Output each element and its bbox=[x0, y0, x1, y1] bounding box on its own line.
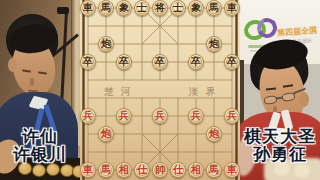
right-player-photo: 第四届全国 一国奥集团杯 棋天大圣 孙勇征 bbox=[240, 0, 320, 180]
piece-black-soldier[interactable]: 卒 bbox=[188, 54, 204, 70]
piece-red-chariot[interactable]: 車 bbox=[80, 162, 96, 178]
piece-red-advisor[interactable]: 仕 bbox=[170, 162, 186, 178]
piece-glyph: 仕 bbox=[173, 165, 183, 175]
piece-red-soldier[interactable]: 兵 bbox=[188, 108, 204, 124]
piece-glyph: 兵 bbox=[83, 111, 93, 121]
piece-glyph: 兵 bbox=[191, 111, 201, 121]
piece-black-advisor[interactable]: 士 bbox=[134, 0, 150, 16]
piece-glyph: 炮 bbox=[209, 129, 219, 139]
left-player-ear bbox=[8, 58, 17, 72]
right-player-ear bbox=[299, 92, 309, 107]
right-player-name: 孙勇征 bbox=[240, 146, 320, 164]
river-label-right: 漢界 bbox=[179, 85, 225, 99]
piece-black-horse[interactable]: 馬 bbox=[98, 0, 114, 16]
left-player-nose bbox=[30, 78, 34, 86]
piece-glyph: 車 bbox=[83, 3, 93, 13]
right-player-caption: 棋天大圣 孙勇征 bbox=[240, 128, 320, 164]
piece-black-advisor[interactable]: 士 bbox=[170, 0, 186, 16]
left-player-caption: 许仙 许银川 bbox=[0, 128, 80, 164]
piece-black-soldier[interactable]: 卒 bbox=[80, 54, 96, 70]
wooden-piece bbox=[294, 164, 310, 178]
piece-glyph: 士 bbox=[137, 3, 147, 13]
piece-glyph: 卒 bbox=[119, 57, 129, 67]
piece-red-soldier[interactable]: 兵 bbox=[152, 108, 168, 124]
piece-black-chariot[interactable]: 車 bbox=[80, 0, 96, 16]
video-thumbnail: 许仙 许银川 楚河 漢界 車馬象士将士象馬車炮炮卒卒卒卒卒兵兵兵兵兵炮炮車馬相仕… bbox=[0, 0, 320, 180]
piece-black-elephant[interactable]: 象 bbox=[116, 0, 132, 16]
piece-glyph: 卒 bbox=[155, 57, 165, 67]
piece-red-elephant[interactable]: 相 bbox=[188, 162, 204, 178]
piece-red-chariot[interactable]: 車 bbox=[224, 162, 240, 178]
piece-black-soldier[interactable]: 卒 bbox=[152, 54, 168, 70]
piece-black-cannon[interactable]: 炮 bbox=[98, 36, 114, 52]
piece-glyph: 相 bbox=[119, 165, 129, 175]
piece-black-soldier[interactable]: 卒 bbox=[116, 54, 132, 70]
piece-glyph: 兵 bbox=[227, 111, 237, 121]
piece-glyph: 士 bbox=[173, 3, 183, 13]
piece-glyph: 将 bbox=[155, 3, 165, 13]
piece-glyph: 象 bbox=[191, 3, 201, 13]
piece-red-soldier[interactable]: 兵 bbox=[80, 108, 96, 124]
piece-black-general[interactable]: 将 bbox=[152, 0, 168, 16]
piece-red-advisor[interactable]: 仕 bbox=[134, 162, 150, 178]
piece-black-elephant[interactable]: 象 bbox=[188, 0, 204, 16]
piece-glyph: 卒 bbox=[191, 57, 201, 67]
left-player-photo: 许仙 许银川 bbox=[0, 0, 80, 180]
piece-black-cannon[interactable]: 炮 bbox=[206, 36, 222, 52]
left-player-nickname: 许仙 bbox=[0, 128, 80, 146]
wooden-piece bbox=[46, 163, 60, 176]
piece-glyph: 炮 bbox=[101, 39, 111, 49]
piece-red-elephant[interactable]: 相 bbox=[116, 162, 132, 178]
piece-black-soldier[interactable]: 卒 bbox=[224, 54, 240, 70]
piece-glyph: 相 bbox=[191, 165, 201, 175]
piece-glyph: 帥 bbox=[155, 165, 165, 175]
piece-glyph: 卒 bbox=[227, 57, 237, 67]
piece-glyph: 馬 bbox=[101, 165, 111, 175]
piece-red-cannon[interactable]: 炮 bbox=[98, 126, 114, 142]
piece-glyph: 馬 bbox=[209, 165, 219, 175]
piece-red-soldier[interactable]: 兵 bbox=[224, 108, 240, 124]
river-label-left: 楚河 bbox=[94, 85, 140, 99]
wooden-piece bbox=[32, 164, 46, 177]
piece-glyph: 兵 bbox=[155, 111, 165, 121]
piece-glyph: 車 bbox=[83, 165, 93, 175]
wooden-piece bbox=[72, 165, 80, 178]
right-player-nickname: 棋天大圣 bbox=[240, 128, 320, 146]
xiangqi-board: 楚河 漢界 車馬象士将士象馬車炮炮卒卒卒卒卒兵兵兵兵兵炮炮車馬相仕帥仕相馬車 bbox=[80, 0, 240, 180]
wooden-piece bbox=[274, 162, 290, 176]
piece-glyph: 象 bbox=[119, 3, 129, 13]
piece-glyph: 馬 bbox=[209, 3, 219, 13]
piece-red-horse[interactable]: 馬 bbox=[206, 162, 222, 178]
piece-glyph: 車 bbox=[227, 165, 237, 175]
piece-glyph: 炮 bbox=[209, 39, 219, 49]
left-player-name: 许银川 bbox=[0, 146, 80, 164]
piece-glyph: 仕 bbox=[137, 165, 147, 175]
camera-mount bbox=[57, 7, 69, 14]
piece-red-soldier[interactable]: 兵 bbox=[116, 108, 132, 124]
piece-black-chariot[interactable]: 車 bbox=[224, 0, 240, 16]
piece-glyph: 炮 bbox=[101, 129, 111, 139]
piece-glyph: 卒 bbox=[83, 57, 93, 67]
piece-black-horse[interactable]: 馬 bbox=[206, 0, 222, 16]
piece-red-cannon[interactable]: 炮 bbox=[206, 126, 222, 142]
piece-glyph: 兵 bbox=[119, 111, 129, 121]
piece-glyph: 車 bbox=[227, 3, 237, 13]
piece-glyph: 馬 bbox=[101, 3, 111, 13]
piece-red-horse[interactable]: 馬 bbox=[98, 162, 114, 178]
piece-red-general[interactable]: 帥 bbox=[152, 162, 168, 178]
